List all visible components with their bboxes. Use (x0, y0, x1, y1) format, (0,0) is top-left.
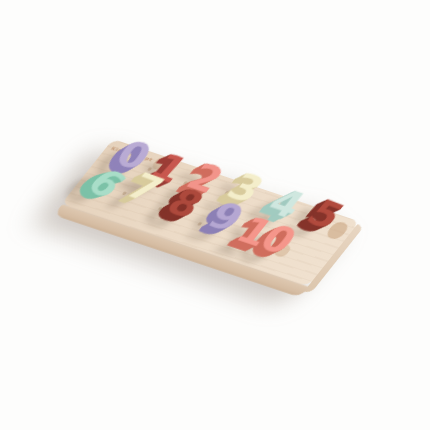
recess-hole (158, 206, 163, 210)
puzzle-board: Kids Concept 0 1 2 3 4 5 6 7 8 9 10 (61, 139, 359, 286)
recess-hole (197, 222, 202, 226)
numeral: 8 (160, 183, 208, 222)
piece-8[interactable]: 8 (160, 183, 208, 222)
piece-10[interactable]: 10 (230, 212, 302, 259)
product-photo: Kids Concept 0 1 2 3 4 5 6 7 8 9 10 (0, 0, 430, 430)
numeral: 10 (230, 212, 302, 259)
